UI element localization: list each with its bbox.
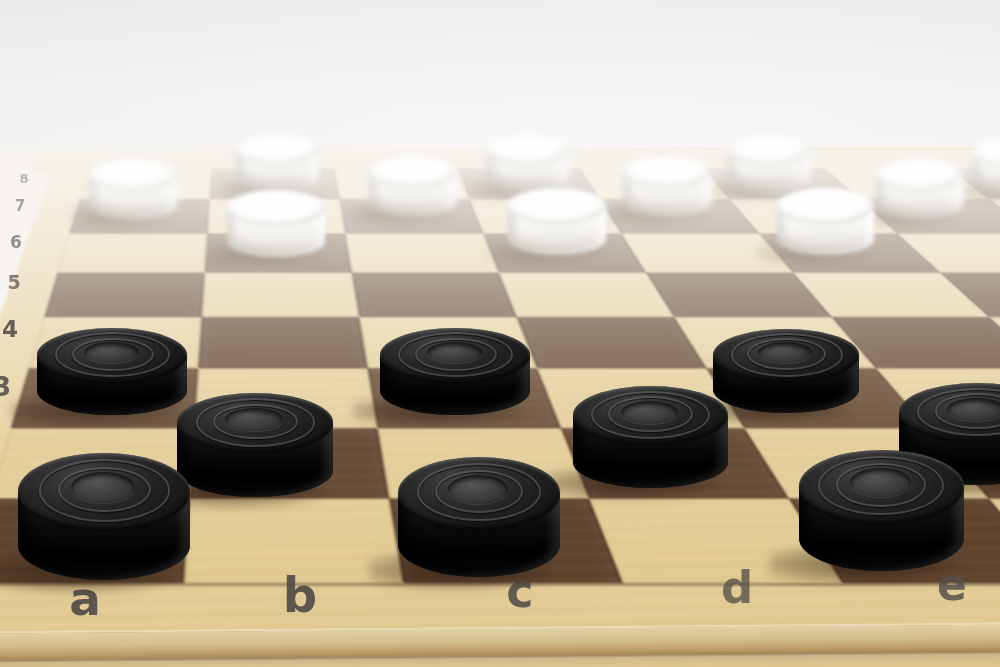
white-man-b6[interactable] bbox=[227, 190, 325, 257]
black-man-a1[interactable] bbox=[18, 453, 190, 580]
black-man-a3[interactable] bbox=[37, 328, 187, 415]
white-man-g7[interactable] bbox=[876, 159, 963, 218]
piece-top-face bbox=[37, 328, 187, 382]
white-man-c7[interactable] bbox=[369, 156, 457, 216]
white-man-f8[interactable] bbox=[728, 135, 810, 191]
white-man-f6[interactable] bbox=[777, 188, 874, 255]
white-man-a7[interactable] bbox=[89, 159, 177, 219]
piece-center-disc bbox=[84, 342, 140, 364]
black-man-e1[interactable] bbox=[799, 450, 964, 571]
piece-top-face bbox=[777, 188, 874, 224]
piece-top-face bbox=[369, 156, 457, 188]
piece-top-face bbox=[18, 453, 190, 530]
file-label-d: d bbox=[721, 565, 753, 610]
white-man-h8[interactable] bbox=[972, 138, 1000, 192]
piece-top-face bbox=[398, 457, 560, 529]
piece-center-disc bbox=[621, 401, 678, 424]
piece-top-face bbox=[89, 159, 177, 191]
piece-top-face bbox=[227, 190, 325, 226]
piece-center-disc bbox=[71, 472, 135, 503]
white-man-b8[interactable] bbox=[236, 135, 318, 191]
piece-top-face bbox=[713, 329, 859, 381]
square-d5[interactable] bbox=[499, 272, 674, 317]
piece-top-face bbox=[573, 386, 728, 444]
rank-label-8: 8 bbox=[19, 172, 28, 185]
black-man-d2[interactable] bbox=[573, 386, 728, 488]
rank-label-5: 5 bbox=[7, 273, 20, 292]
piece-top-face bbox=[728, 135, 810, 165]
piece-center-disc bbox=[758, 342, 812, 363]
piece-top-face bbox=[487, 135, 569, 165]
white-man-d8[interactable] bbox=[487, 135, 569, 191]
piece-top-face bbox=[876, 159, 963, 191]
rank-label-7: 7 bbox=[15, 199, 25, 214]
file-label-b: b bbox=[283, 571, 317, 619]
black-man-c1[interactable] bbox=[398, 457, 560, 577]
rank-label-6: 6 bbox=[10, 234, 22, 251]
piece-top-face bbox=[380, 328, 530, 382]
square-c5[interactable] bbox=[352, 272, 517, 317]
square-a5[interactable] bbox=[44, 272, 204, 317]
white-man-d6[interactable] bbox=[508, 188, 606, 255]
piece-top-face bbox=[236, 135, 318, 165]
piece-center-disc bbox=[427, 342, 483, 364]
piece-top-face bbox=[623, 156, 711, 188]
black-man-c3[interactable] bbox=[380, 328, 530, 415]
checkers-photo-scene: abcde345678 bbox=[0, 0, 1000, 667]
piece-top-face bbox=[799, 450, 964, 523]
square-c6[interactable] bbox=[345, 233, 499, 272]
black-man-b2[interactable] bbox=[177, 393, 333, 497]
white-man-e7[interactable] bbox=[623, 156, 711, 216]
square-b5[interactable] bbox=[202, 272, 359, 317]
piece-center-disc bbox=[448, 475, 508, 504]
black-man-e3[interactable] bbox=[713, 329, 859, 413]
piece-top-face bbox=[177, 393, 333, 452]
piece-top-face bbox=[508, 188, 606, 224]
piece-center-disc bbox=[947, 398, 1000, 421]
square-a6[interactable] bbox=[58, 233, 208, 272]
rank-label-4: 4 bbox=[2, 318, 18, 341]
